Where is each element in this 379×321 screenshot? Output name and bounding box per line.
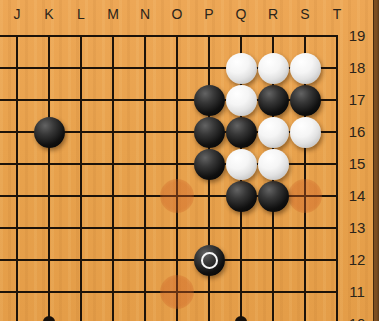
column-label-O: O [167,6,187,23]
highlight-O11[interactable] [160,275,194,309]
black-stone-P15 [194,149,225,180]
grid-line-column-L [80,36,81,321]
white-stone-S18 [290,53,321,84]
row-label-11: 11 [344,283,370,301]
row-label-10: 10 [344,315,370,321]
column-label-L: L [71,6,91,23]
column-label-N: N [135,6,155,23]
white-stone-R18 [258,53,289,84]
white-stone-R15 [258,149,289,180]
column-label-J: J [7,6,27,23]
grid-line-column-J [16,36,17,321]
black-stone-P12 [194,245,225,276]
black-stone-P16 [194,117,225,148]
column-label-K: K [39,6,59,23]
column-label-S: S [295,6,315,23]
black-stone-K16 [34,117,65,148]
go-board[interactable]: JKLMNOPQRST19181716151413121110 [0,0,379,321]
row-label-17: 17 [344,91,370,109]
row-label-15: 15 [344,155,370,173]
grid-line-row-12 [0,259,338,260]
column-label-Q: Q [231,6,251,23]
row-label-12: 12 [344,251,370,269]
grid-line-column-M [112,36,113,321]
black-stone-R14 [258,181,289,212]
grid-line-column-K [48,36,49,321]
column-label-T: T [327,6,347,23]
column-label-P: P [199,6,219,23]
board-right-edge [373,0,379,321]
column-label-M: M [103,6,123,23]
row-label-16: 16 [344,123,370,141]
white-stone-Q17 [226,85,257,116]
white-stone-R16 [258,117,289,148]
grid-line-row-19 [0,35,338,36]
row-label-14: 14 [344,187,370,205]
row-label-13: 13 [344,219,370,237]
white-stone-Q15 [226,149,257,180]
row-label-18: 18 [344,59,370,77]
column-label-R: R [263,6,283,23]
black-stone-S17 [290,85,321,116]
last-move-marker [201,252,218,269]
star-point-Q10 [235,316,247,321]
white-stone-S16 [290,117,321,148]
black-stone-P17 [194,85,225,116]
white-stone-Q18 [226,53,257,84]
black-stone-Q16 [226,117,257,148]
black-stone-R17 [258,85,289,116]
grid-line-row-13 [0,227,338,228]
grid-line-column-N [144,36,145,321]
row-label-19: 19 [344,27,370,45]
star-point-K10 [43,316,55,321]
grid-line-column-T [336,36,337,321]
black-stone-Q14 [226,181,257,212]
highlight-O14[interactable] [160,179,194,213]
highlight-S14[interactable] [288,179,322,213]
